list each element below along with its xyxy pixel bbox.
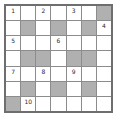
- grid-cell[interactable]: [21, 67, 35, 81]
- grid-cell[interactable]: [97, 82, 111, 96]
- grid-cell[interactable]: 7: [6, 67, 20, 81]
- grid-cell[interactable]: [67, 82, 81, 96]
- grid-cell[interactable]: 8: [36, 67, 50, 81]
- blocked-cell: [51, 21, 65, 35]
- grid-cell[interactable]: [21, 6, 35, 20]
- grid-cell[interactable]: [51, 67, 65, 81]
- clue-number: 7: [11, 67, 15, 75]
- grid-cell[interactable]: [82, 97, 96, 111]
- grid-cell[interactable]: [51, 97, 65, 111]
- grid-cell[interactable]: [97, 67, 111, 81]
- grid-cell[interactable]: [82, 67, 96, 81]
- grid-cell[interactable]: [6, 82, 20, 96]
- clue-number: 9: [72, 67, 76, 75]
- blocked-cell: [51, 82, 65, 96]
- grid-cell[interactable]: [36, 36, 50, 50]
- blocked-cell: [21, 21, 35, 35]
- blocked-cell: [67, 51, 81, 65]
- clue-number: 3: [72, 6, 76, 14]
- grid-cell[interactable]: [82, 6, 96, 20]
- grid-cell[interactable]: [97, 97, 111, 111]
- clue-number: 8: [41, 67, 45, 75]
- clue-number: 6: [57, 36, 61, 44]
- crossword-board: 12345678910: [4, 4, 113, 113]
- grid-cell[interactable]: [67, 21, 81, 35]
- blocked-cell: [6, 97, 20, 111]
- clue-number: 4: [102, 21, 106, 29]
- grid-cell[interactable]: [67, 97, 81, 111]
- blocked-cell: [36, 51, 50, 65]
- grid-cell[interactable]: [36, 21, 50, 35]
- grid-cell[interactable]: [6, 51, 20, 65]
- grid-cell[interactable]: [51, 6, 65, 20]
- blocked-cell: [82, 82, 96, 96]
- blocked-cell: [82, 21, 96, 35]
- grid-cell[interactable]: [21, 36, 35, 50]
- grid-cell[interactable]: 4: [97, 21, 111, 35]
- blocked-cell: [82, 51, 96, 65]
- grid-cell[interactable]: 9: [67, 67, 81, 81]
- blocked-cell: [21, 82, 35, 96]
- grid-cell[interactable]: [6, 21, 20, 35]
- grid-cell[interactable]: [51, 51, 65, 65]
- blocked-cell: [97, 6, 111, 20]
- page: 12345678910: [0, 0, 120, 120]
- grid-cell[interactable]: [82, 36, 96, 50]
- grid-cell[interactable]: 6: [51, 36, 65, 50]
- grid-cell[interactable]: 5: [6, 36, 20, 50]
- grid-cell[interactable]: [36, 97, 50, 111]
- grid-cell[interactable]: 1: [6, 6, 20, 20]
- grid-cell[interactable]: [36, 82, 50, 96]
- clue-number: 5: [11, 36, 15, 44]
- grid-cell[interactable]: [97, 36, 111, 50]
- clue-number: 10: [24, 97, 32, 105]
- grid-cell[interactable]: 2: [36, 6, 50, 20]
- grid-cell[interactable]: 10: [21, 97, 35, 111]
- blocked-cell: [21, 51, 35, 65]
- grid-cell[interactable]: [97, 51, 111, 65]
- grid-cell[interactable]: [67, 36, 81, 50]
- grid-cell[interactable]: 3: [67, 6, 81, 20]
- clue-number: 2: [41, 6, 45, 14]
- clue-number: 1: [11, 6, 15, 14]
